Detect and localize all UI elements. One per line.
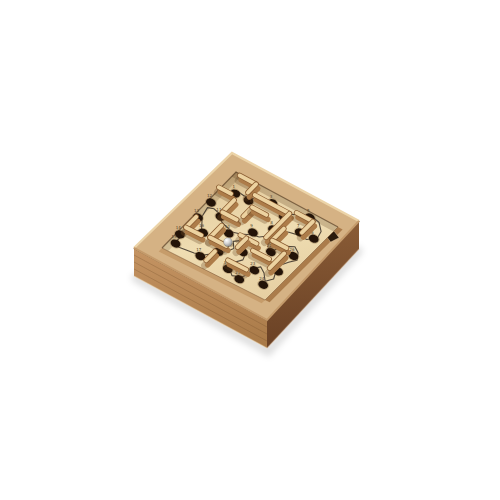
checkpoint-number: 14: [176, 225, 182, 230]
checkpoint-number: 3: [270, 194, 273, 199]
checkpoint-number: 8: [270, 220, 273, 225]
checkpoint-number: 16: [199, 223, 205, 228]
checkpoint-number: 23: [250, 261, 256, 266]
checkpoint-number: 17: [196, 247, 202, 252]
checkpoint-number: 13: [194, 208, 200, 213]
checkpoint-number: 15: [172, 234, 178, 239]
checkpoint-number: 12: [207, 193, 213, 198]
steel-ball: [224, 238, 233, 247]
checkpoint-number: 9: [250, 223, 253, 228]
checkpoint-number: 5: [307, 208, 310, 213]
checkpoint-number: 24: [259, 276, 265, 281]
labyrinth-photo-canvas: 1234567891011121314151617181920212223242…: [0, 0, 500, 500]
product-photo-labyrinth: 1234567891011121314151617181920212223242…: [0, 0, 500, 500]
